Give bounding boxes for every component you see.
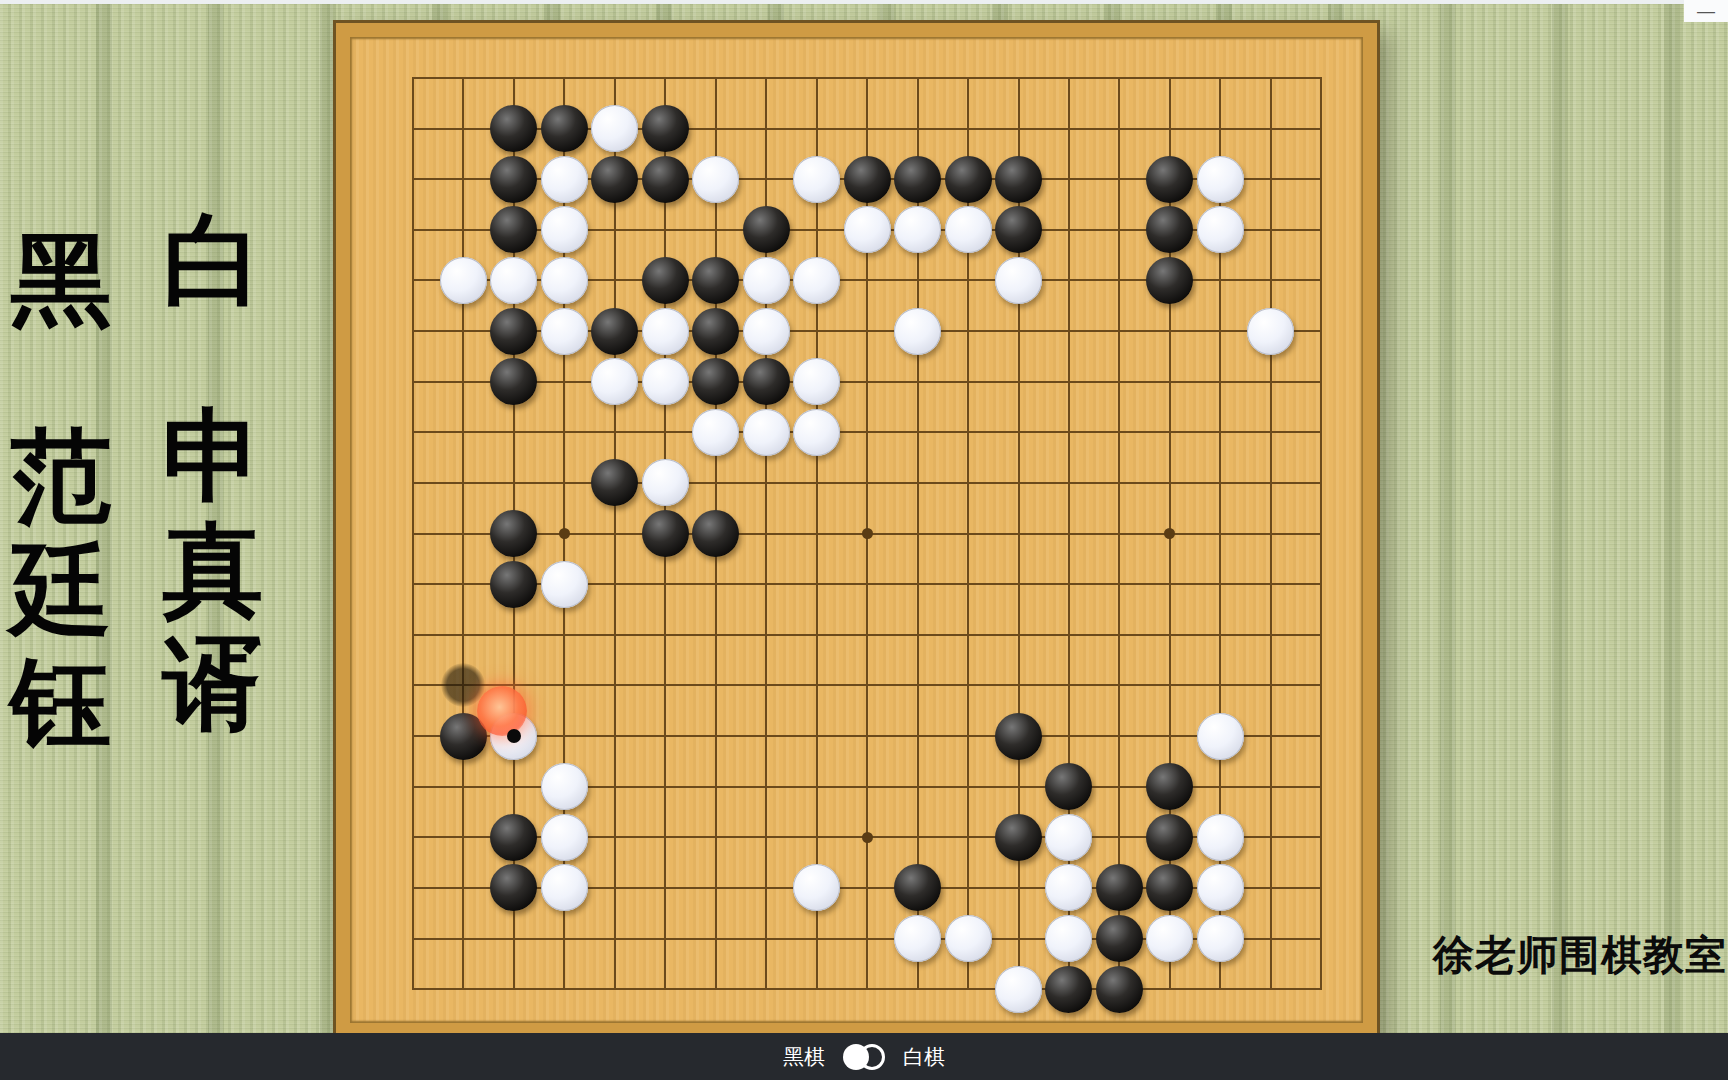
black-stone[interactable] bbox=[1146, 864, 1193, 911]
black-stone[interactable] bbox=[1146, 763, 1193, 810]
white-stone[interactable] bbox=[1197, 864, 1244, 911]
white-player-char: 真 bbox=[154, 514, 272, 628]
black-player-char: 廷 bbox=[2, 534, 120, 648]
white-stone[interactable] bbox=[541, 561, 588, 608]
black-stone[interactable] bbox=[642, 510, 689, 557]
star-point bbox=[862, 528, 873, 539]
black-side-label: 黑 bbox=[2, 224, 120, 338]
black-stone[interactable] bbox=[1146, 206, 1193, 253]
white-stone[interactable] bbox=[743, 257, 790, 304]
white-player-char: 谞 bbox=[154, 628, 272, 742]
black-stone[interactable] bbox=[591, 156, 638, 203]
white-stone[interactable] bbox=[490, 257, 537, 304]
white-stone[interactable] bbox=[541, 864, 588, 911]
stone-color-toggle[interactable] bbox=[841, 1043, 887, 1071]
white-stone[interactable] bbox=[692, 409, 739, 456]
white-stone[interactable] bbox=[1197, 814, 1244, 861]
white-stone[interactable] bbox=[440, 257, 487, 304]
white-stone[interactable] bbox=[793, 257, 840, 304]
black-stone[interactable] bbox=[490, 105, 537, 152]
white-stones-label: 白棋 bbox=[903, 1043, 945, 1071]
toggle-knob-icon bbox=[843, 1044, 869, 1070]
white-stone[interactable] bbox=[1247, 308, 1294, 355]
black-stone[interactable] bbox=[541, 105, 588, 152]
black-player-name-column: 黑 范 廷 钰 bbox=[2, 224, 120, 763]
white-stone[interactable] bbox=[793, 864, 840, 911]
black-stone[interactable] bbox=[743, 206, 790, 253]
go-board[interactable] bbox=[333, 20, 1380, 1040]
white-stone[interactable] bbox=[894, 915, 941, 962]
board-gridline-horizontal bbox=[412, 735, 1322, 737]
black-player-char: 范 bbox=[2, 420, 120, 534]
black-player-char: 钰 bbox=[2, 648, 120, 762]
white-stone[interactable] bbox=[541, 308, 588, 355]
black-stone[interactable] bbox=[642, 105, 689, 152]
white-stone[interactable] bbox=[1045, 864, 1092, 911]
black-stone[interactable] bbox=[591, 459, 638, 506]
white-stone[interactable] bbox=[642, 308, 689, 355]
white-stone[interactable] bbox=[1197, 713, 1244, 760]
black-stone[interactable] bbox=[945, 156, 992, 203]
white-stone[interactable] bbox=[642, 459, 689, 506]
minimize-icon: — bbox=[1697, 2, 1715, 20]
board-gridline-horizontal bbox=[412, 482, 1322, 484]
board-gridline-horizontal bbox=[412, 988, 1322, 990]
white-stone[interactable] bbox=[945, 206, 992, 253]
window-top-edge bbox=[0, 0, 1728, 4]
black-stone[interactable] bbox=[490, 510, 537, 557]
black-stone[interactable] bbox=[995, 814, 1042, 861]
white-stone[interactable] bbox=[844, 206, 891, 253]
app-window: { "window": {"minimize_label": "—"}, "si… bbox=[0, 0, 1728, 1080]
star-point bbox=[862, 832, 873, 843]
white-stone[interactable] bbox=[793, 156, 840, 203]
black-stone[interactable] bbox=[642, 257, 689, 304]
board-gridline-horizontal bbox=[412, 77, 1322, 79]
black-stone[interactable] bbox=[995, 206, 1042, 253]
black-stones-label: 黑棋 bbox=[783, 1043, 825, 1071]
black-stone[interactable] bbox=[490, 206, 537, 253]
white-side-label: 白 bbox=[154, 204, 272, 318]
white-stone[interactable] bbox=[591, 105, 638, 152]
board-gridline-horizontal bbox=[412, 634, 1322, 636]
white-stone[interactable] bbox=[642, 358, 689, 405]
white-stone[interactable] bbox=[1197, 915, 1244, 962]
white-stone[interactable] bbox=[591, 358, 638, 405]
board-gridline-horizontal bbox=[412, 684, 1322, 686]
star-point bbox=[1164, 528, 1175, 539]
black-stone[interactable] bbox=[894, 156, 941, 203]
black-stone[interactable] bbox=[1045, 763, 1092, 810]
black-stone[interactable] bbox=[1096, 864, 1143, 911]
black-stone[interactable] bbox=[1096, 966, 1143, 1013]
white-stone[interactable] bbox=[1045, 814, 1092, 861]
white-stone[interactable] bbox=[995, 966, 1042, 1013]
black-stone[interactable] bbox=[490, 814, 537, 861]
black-stone[interactable] bbox=[743, 358, 790, 405]
white-stone[interactable] bbox=[1045, 915, 1092, 962]
star-point bbox=[559, 528, 570, 539]
white-stone[interactable] bbox=[1197, 156, 1244, 203]
white-stone[interactable] bbox=[945, 915, 992, 962]
white-stone[interactable] bbox=[743, 308, 790, 355]
black-stone[interactable] bbox=[995, 156, 1042, 203]
black-stone[interactable] bbox=[1045, 966, 1092, 1013]
white-stone[interactable] bbox=[541, 206, 588, 253]
white-stone[interactable] bbox=[541, 763, 588, 810]
white-stone[interactable] bbox=[692, 156, 739, 203]
black-stone[interactable] bbox=[490, 156, 537, 203]
black-stone[interactable] bbox=[591, 308, 638, 355]
black-stone[interactable] bbox=[844, 156, 891, 203]
white-stone[interactable] bbox=[541, 814, 588, 861]
last-move-dot-marker bbox=[507, 729, 521, 743]
black-stone[interactable] bbox=[490, 561, 537, 608]
white-stone[interactable] bbox=[995, 257, 1042, 304]
white-stone[interactable] bbox=[894, 308, 941, 355]
last-move-red-glow-marker bbox=[477, 686, 527, 736]
black-stone[interactable] bbox=[490, 864, 537, 911]
black-stone[interactable] bbox=[490, 308, 537, 355]
black-stone[interactable] bbox=[692, 257, 739, 304]
black-stone[interactable] bbox=[995, 713, 1042, 760]
board-gridline-horizontal bbox=[412, 381, 1322, 383]
black-stone[interactable] bbox=[1096, 915, 1143, 962]
white-stone[interactable] bbox=[1197, 206, 1244, 253]
white-stone[interactable] bbox=[541, 257, 588, 304]
white-stone[interactable] bbox=[894, 206, 941, 253]
black-stone[interactable] bbox=[692, 510, 739, 557]
black-stone[interactable] bbox=[642, 156, 689, 203]
black-stone[interactable] bbox=[1146, 156, 1193, 203]
bottom-toolbar: 黑棋 白棋 bbox=[0, 1033, 1728, 1080]
minimize-button[interactable]: — bbox=[1684, 0, 1728, 22]
black-stone[interactable] bbox=[490, 358, 537, 405]
black-stone[interactable] bbox=[692, 308, 739, 355]
white-player-char: 申 bbox=[154, 400, 272, 514]
white-stone[interactable] bbox=[793, 409, 840, 456]
white-player-name-column: 白 申 真 谞 bbox=[154, 204, 272, 743]
white-stone[interactable] bbox=[793, 358, 840, 405]
white-stone[interactable] bbox=[541, 156, 588, 203]
black-stone[interactable] bbox=[1146, 257, 1193, 304]
white-stone[interactable] bbox=[743, 409, 790, 456]
black-stone[interactable] bbox=[894, 864, 941, 911]
black-stone[interactable] bbox=[692, 358, 739, 405]
white-stone[interactable] bbox=[1146, 915, 1193, 962]
board-gridline-horizontal bbox=[412, 431, 1322, 433]
black-stone[interactable] bbox=[1146, 814, 1193, 861]
watermark-text: 徐老师围棋教室 bbox=[1433, 928, 1727, 983]
